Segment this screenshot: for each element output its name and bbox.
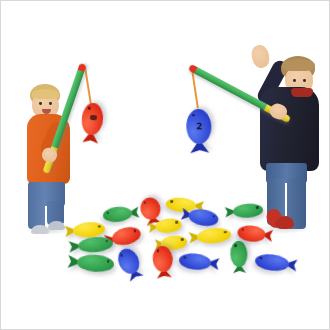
fish-tail [128,206,140,218]
fish-body [152,245,174,272]
toy-fish[interactable] [180,206,219,228]
fish-tail [225,206,237,217]
fish-number [110,208,124,221]
fish-body [138,196,162,222]
fish-eye [212,215,215,218]
fish-body [166,197,197,213]
right-child-shoe [275,216,294,229]
fish-tail [190,139,209,153]
fish-body [73,221,106,238]
fish-eye [241,228,244,231]
fish-body [110,224,142,247]
fish-eye [234,244,237,247]
fish-tail [148,221,159,233]
toy-fish[interactable]: 2 [186,109,213,154]
fish-number [207,229,223,242]
toy-fish[interactable] [114,245,146,282]
fish-tail [69,240,83,252]
fish-tail [68,255,83,269]
fish-tail [233,263,246,273]
fish-eye [105,240,108,243]
fish-tail [82,130,99,143]
fish-number [83,111,101,126]
fish-number [88,238,104,251]
fish-body [102,205,132,223]
right-child-eye [293,79,296,82]
fish-tail [192,200,204,211]
right-child-sweater [260,87,319,171]
fish-number [141,202,159,215]
fish-body [77,254,115,274]
fish-eye [192,114,195,117]
fish-number [169,237,181,249]
toy-fish[interactable] [166,197,205,214]
fish-body [161,235,188,251]
toy-fish[interactable] [80,102,104,144]
fish-tail [156,268,172,279]
right-child-raised-hand[interactable] [250,43,271,69]
right-child-eye [303,79,306,82]
fish-body [77,236,113,254]
fish-tail [126,267,144,282]
fish-eye [88,107,91,110]
left-child-shoe [48,221,65,230]
fish-body [188,207,220,228]
toy-fish[interactable] [188,227,231,246]
fish-number [232,247,246,259]
toy-fish[interactable] [178,252,219,272]
fish-eye [256,206,259,209]
fish-body [178,252,211,271]
fish-eye [224,231,227,234]
photo-scene: 2 [0,0,330,330]
toy-fish[interactable] [230,241,248,274]
fish-eye [120,254,123,257]
fish-eye [106,211,109,214]
fish-number [263,255,279,270]
rod-shaft [194,67,267,110]
toy-fish[interactable] [138,196,164,227]
toy-fish[interactable] [102,205,139,224]
left-child-eye [39,102,42,105]
fish-number [174,199,188,211]
fish-eye [175,221,178,224]
toy-fish[interactable] [254,253,298,274]
fish-number [82,223,97,236]
fish-eye [181,238,184,241]
fish-body [154,217,182,234]
fish-eye [260,257,263,260]
fish-marking [90,115,97,121]
fish-eye [157,250,160,253]
fish-tail [181,208,194,222]
fish-eye [98,225,101,228]
fish-number [88,256,105,271]
fish-tail [189,231,203,243]
fish-number: 2 [191,116,206,136]
fish-number [197,210,212,225]
fish-eye [170,200,173,203]
fish-number [241,205,255,217]
fish-tail [145,215,162,226]
toy-fish[interactable] [68,236,113,255]
toy-fish[interactable] [225,203,264,220]
right-child-red-collar [291,88,313,97]
left-child-hair-fringe [32,89,59,99]
toy-fish[interactable] [154,235,187,252]
toy-fish[interactable] [103,224,142,249]
fish-body [230,241,248,267]
left-child-shoe [31,225,49,234]
fish-body: 2 [186,109,212,145]
fish-body [232,203,263,219]
fish-body [114,245,143,277]
fish-tail [155,238,165,249]
fish-tail [104,232,118,247]
fish-number [119,252,138,269]
fish-eye [144,201,147,204]
fish-eye [183,256,186,259]
fish-eye [133,229,136,232]
toy-fish[interactable] [67,253,114,273]
fish-number [154,252,171,265]
left-child-eye [49,102,52,105]
right-child-hair-fringe [282,59,315,71]
fish-body [197,227,232,245]
left-fishing-line [84,67,92,105]
fish-number [119,228,135,244]
fish-number [244,227,258,241]
fish-number [187,254,202,268]
fish-body [80,102,104,136]
toy-fish[interactable] [148,217,182,234]
fish-body [254,253,289,273]
toy-fish[interactable] [152,245,175,279]
fish-number [162,219,175,231]
fish-tail [284,258,298,272]
fish-eye [107,260,110,263]
fish-tail [206,257,219,270]
